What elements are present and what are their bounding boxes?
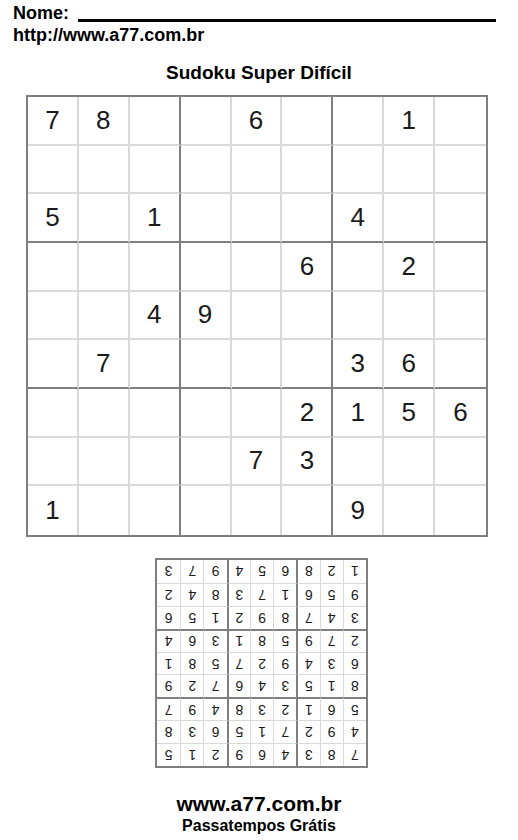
sudoku-puzzle-grid-cell-r8c6[interactable]: 3	[282, 438, 333, 487]
sudoku-puzzle-grid-cell-r5c2[interactable]	[79, 292, 130, 341]
sudoku-puzzle-grid-cell-r3c7[interactable]: 4	[333, 194, 384, 243]
sudoku-puzzle-grid-cell-r1c6[interactable]	[282, 97, 333, 146]
sudoku-solution-grid-cell-r1c4: 4	[273, 743, 296, 766]
sudoku-puzzle-grid-cell-r8c8[interactable]	[384, 438, 435, 487]
sudoku-solution-grid-cell-r1c1: 7	[343, 743, 366, 766]
sudoku-solution-grid-cell-r9c8: 7	[180, 560, 203, 583]
sudoku-solution-grid-cell-r2c3: 2	[296, 720, 319, 743]
sudoku-solution-grid-cell-r4c1: 8	[343, 674, 366, 697]
sudoku-solution-grid-cell-r9c9: 3	[157, 560, 180, 583]
sudoku-solution-grid: 7834692154927156385612384978153467296349…	[155, 558, 368, 768]
sudoku-solution-grid-cell-r2c1: 4	[343, 720, 366, 743]
sudoku-puzzle-grid-cell-r9c9[interactable]	[435, 486, 486, 535]
sudoku-solution-grid-cell-r3c1: 5	[343, 697, 366, 720]
sudoku-solution-grid-cell-r4c2: 1	[320, 674, 343, 697]
sudoku-puzzle-grid-cell-r5c9[interactable]	[435, 292, 486, 341]
sudoku-puzzle-grid-cell-r7c8[interactable]: 5	[384, 389, 435, 438]
sudoku-solution-grid-cell-r8c5: 7	[250, 583, 273, 606]
footer-tagline: Passatempos Grátis	[0, 817, 518, 835]
sudoku-puzzle-grid-cell-r1c3[interactable]	[130, 97, 181, 146]
sudoku-puzzle-grid-cell-r2c4[interactable]	[181, 146, 232, 195]
sudoku-solution-grid-cell-r4c3: 5	[296, 674, 319, 697]
sudoku-puzzle-grid-cell-r8c1[interactable]	[28, 438, 79, 487]
sudoku-solution-grid-cell-r2c9: 8	[157, 720, 180, 743]
sudoku-puzzle-grid-cell-r4c6[interactable]: 6	[282, 243, 333, 292]
sudoku-solution-grid-cell-r7c8: 5	[180, 606, 203, 629]
sudoku-puzzle-grid-cell-r4c3[interactable]	[130, 243, 181, 292]
sudoku-solution-grid-cell-r7c2: 4	[320, 606, 343, 629]
site-url: http://www.a77.com.br	[13, 25, 204, 46]
sudoku-puzzle-grid: 7861514624973621567319	[26, 95, 488, 537]
sudoku-puzzle-grid-cell-r8c4[interactable]	[181, 438, 232, 487]
sudoku-solution-grid-cell-r7c6: 2	[227, 606, 250, 629]
sudoku-solution-grid-cell-r5c7: 5	[203, 652, 226, 675]
sudoku-puzzle-grid-cell-r3c5[interactable]	[232, 194, 283, 243]
sudoku-solution-grid-cell-r8c3: 6	[296, 583, 319, 606]
sudoku-puzzle-grid-cell-r2c3[interactable]	[130, 146, 181, 195]
sudoku-puzzle-grid-cell-r6c3[interactable]	[130, 340, 181, 389]
sudoku-solution-grid-cell-r2c6: 5	[227, 720, 250, 743]
sudoku-solution-grid-cell-r5c3: 4	[296, 652, 319, 675]
sudoku-solution-grid-cell-r1c9: 5	[157, 743, 180, 766]
sudoku-solution-grid-cell-r2c7: 6	[203, 720, 226, 743]
sudoku-solution-grid-cell-r9c7: 9	[203, 560, 226, 583]
name-row: Nome:	[13, 3, 496, 23]
sudoku-puzzle-grid-cell-r7c5[interactable]	[232, 389, 283, 438]
sudoku-solution-grid-cell-r6c5: 8	[250, 629, 273, 652]
sudoku-solution-grid-cell-r9c3: 8	[296, 560, 319, 583]
sudoku-puzzle-grid-cell-r4c4[interactable]	[181, 243, 232, 292]
sudoku-puzzle-grid-cell-r3c8[interactable]	[384, 194, 435, 243]
sudoku-solution-grid-cell-r7c7: 1	[203, 606, 226, 629]
sudoku-solution-grid-cell-r3c6: 8	[227, 697, 250, 720]
sudoku-solution-grid-cell-r6c7: 3	[203, 629, 226, 652]
sudoku-solution-grid-cell-r1c3: 3	[296, 743, 319, 766]
sudoku-puzzle-grid-cell-r5c6[interactable]	[282, 292, 333, 341]
sudoku-puzzle-grid-cell-r6c7[interactable]: 3	[333, 340, 384, 389]
sudoku-puzzle-grid-cell-r2c1[interactable]	[28, 146, 79, 195]
sudoku-puzzle-grid-cell-r6c8[interactable]: 6	[384, 340, 435, 389]
sudoku-puzzle-grid-cell-r8c7[interactable]	[333, 438, 384, 487]
sudoku-puzzle-grid-cell-r4c2[interactable]	[79, 243, 130, 292]
sudoku-solution-grid-cell-r2c8: 3	[180, 720, 203, 743]
sudoku-solution-grid-cell-r7c4: 8	[273, 606, 296, 629]
sudoku-solution-grid-cell-r2c2: 9	[320, 720, 343, 743]
page-title: Sudoku Super Difícil	[0, 62, 518, 84]
sudoku-print-page: Nome: http://www.a77.com.br Sudoku Super…	[0, 0, 518, 840]
sudoku-solution-grid-cell-r2c5: 1	[250, 720, 273, 743]
sudoku-puzzle-grid-cell-r8c5[interactable]: 7	[232, 438, 283, 487]
sudoku-solution-grid-cell-r8c4: 1	[273, 583, 296, 606]
sudoku-solution-grid-cell-r3c7: 4	[203, 697, 226, 720]
sudoku-solution-grid-cell-r8c1: 9	[343, 583, 366, 606]
sudoku-puzzle-grid-cell-r2c7[interactable]	[333, 146, 384, 195]
sudoku-puzzle-grid-cell-r2c6[interactable]	[282, 146, 333, 195]
sudoku-solution-grid-cell-r5c6: 7	[227, 652, 250, 675]
sudoku-solution-grid-cell-r6c3: 9	[296, 629, 319, 652]
sudoku-solution-grid-cell-r9c4: 6	[273, 560, 296, 583]
sudoku-solution-grid-cell-r7c1: 3	[343, 606, 366, 629]
sudoku-solution-grid-cell-r1c5: 6	[250, 743, 273, 766]
sudoku-puzzle-grid-cell-r7c9[interactable]: 6	[435, 389, 486, 438]
sudoku-solution-grid-cell-r1c8: 1	[180, 743, 203, 766]
sudoku-solution-grid-cell-r3c5: 3	[250, 697, 273, 720]
sudoku-puzzle-grid-cell-r9c1[interactable]: 1	[28, 486, 79, 535]
sudoku-solution-grid-cell-r1c7: 2	[203, 743, 226, 766]
sudoku-puzzle-grid-cell-r9c6[interactable]	[282, 486, 333, 535]
sudoku-solution-grid-cell-r5c2: 3	[320, 652, 343, 675]
sudoku-solution-grid-cell-r9c1: 1	[343, 560, 366, 583]
sudoku-solution-grid-cell-r5c5: 2	[250, 652, 273, 675]
sudoku-puzzle-grid-cell-r1c4[interactable]	[181, 97, 232, 146]
sudoku-puzzle-grid-cell-r4c9[interactable]	[435, 243, 486, 292]
sudoku-puzzle-grid-cell-r3c9[interactable]	[435, 194, 486, 243]
sudoku-puzzle-grid-cell-r9c3[interactable]	[130, 486, 181, 535]
sudoku-puzzle-grid-cell-r7c1[interactable]	[28, 389, 79, 438]
sudoku-solution-grid-cell-r7c9: 6	[157, 606, 180, 629]
sudoku-puzzle-grid-cell-r7c2[interactable]	[79, 389, 130, 438]
sudoku-solution-grid-cell-r2c4: 7	[273, 720, 296, 743]
sudoku-puzzle-grid-cell-r4c5[interactable]	[232, 243, 283, 292]
sudoku-solution-grid-cell-r9c5: 5	[250, 560, 273, 583]
sudoku-puzzle-grid-cell-r9c4[interactable]	[181, 486, 232, 535]
sudoku-solution-grid-cell-r1c6: 9	[227, 743, 250, 766]
sudoku-puzzle-grid-cell-r1c9[interactable]	[435, 97, 486, 146]
sudoku-solution-grid-cell-r3c3: 1	[296, 697, 319, 720]
sudoku-puzzle-grid-cell-r7c4[interactable]	[181, 389, 232, 438]
sudoku-solution-grid-cell-r6c1: 2	[343, 629, 366, 652]
footer-site: www.a77.com.br	[0, 792, 518, 816]
sudoku-puzzle-grid-cell-r6c5[interactable]	[232, 340, 283, 389]
name-label: Nome:	[13, 3, 69, 23]
sudoku-solution-grid-cell-r8c9: 2	[157, 583, 180, 606]
sudoku-solution-grid-cell-r3c8: 9	[180, 697, 203, 720]
sudoku-solution-grid-cell-r8c7: 8	[203, 583, 226, 606]
sudoku-solution-grid-cell-r4c8: 2	[180, 674, 203, 697]
sudoku-solution-grid-cell-r3c9: 7	[157, 697, 180, 720]
sudoku-puzzle-grid-cell-r7c3[interactable]	[130, 389, 181, 438]
sudoku-puzzle-grid-cell-r2c9[interactable]	[435, 146, 486, 195]
sudoku-solution-grid-cell-r4c4: 3	[273, 674, 296, 697]
sudoku-puzzle-grid-cell-r1c8[interactable]: 1	[384, 97, 435, 146]
sudoku-puzzle-grid-cell-r1c2[interactable]: 8	[79, 97, 130, 146]
sudoku-solution-grid-cell-r8c8: 4	[180, 583, 203, 606]
sudoku-puzzle-grid-cell-r5c3[interactable]: 4	[130, 292, 181, 341]
sudoku-puzzle-grid-cell-r3c1[interactable]: 5	[28, 194, 79, 243]
sudoku-puzzle-grid-cell-r9c8[interactable]	[384, 486, 435, 535]
sudoku-solution-grid-cell-r8c2: 5	[320, 583, 343, 606]
sudoku-puzzle-grid-cell-r8c3[interactable]	[130, 438, 181, 487]
sudoku-solution-grid-cell-r3c2: 6	[320, 697, 343, 720]
sudoku-solution-grid-cell-r4c6: 6	[227, 674, 250, 697]
sudoku-solution-grid-cell-r5c4: 9	[273, 652, 296, 675]
sudoku-puzzle-grid-cell-r3c4[interactable]	[181, 194, 232, 243]
sudoku-puzzle-grid-cell-r5c5[interactable]	[232, 292, 283, 341]
sudoku-solution-grid-cell-r1c2: 8	[320, 743, 343, 766]
sudoku-solution-grid-cell-r6c6: 1	[227, 629, 250, 652]
sudoku-puzzle-grid-cell-r5c1[interactable]	[28, 292, 79, 341]
sudoku-solution-grid-cell-r8c6: 3	[227, 583, 250, 606]
sudoku-solution-grid-cell-r3c4: 2	[273, 697, 296, 720]
name-fill-line	[78, 3, 496, 22]
sudoku-solution-grid-cell-r5c1: 6	[343, 652, 366, 675]
sudoku-solution-grid-cell-r4c7: 7	[203, 674, 226, 697]
sudoku-puzzle-grid-cell-r8c9[interactable]	[435, 438, 486, 487]
sudoku-solution-grid-cell-r4c9: 9	[157, 674, 180, 697]
sudoku-puzzle-grid-cell-r2c8[interactable]	[384, 146, 435, 195]
sudoku-puzzle-grid-cell-r3c6[interactable]	[282, 194, 333, 243]
sudoku-solution-grid-cell-r6c2: 7	[320, 629, 343, 652]
sudoku-solution-grid-cell-r6c9: 4	[157, 629, 180, 652]
sudoku-puzzle-grid-cell-r6c9[interactable]	[435, 340, 486, 389]
sudoku-solution-grid-cell-r7c3: 7	[296, 606, 319, 629]
sudoku-puzzle-grid-cell-r4c1[interactable]	[28, 243, 79, 292]
sudoku-puzzle-grid-cell-r9c5[interactable]	[232, 486, 283, 535]
sudoku-puzzle-grid-cell-r4c8[interactable]: 2	[384, 243, 435, 292]
sudoku-solution-grid-cell-r5c8: 8	[180, 652, 203, 675]
sudoku-puzzle-grid-cell-r9c7[interactable]: 9	[333, 486, 384, 535]
sudoku-puzzle-grid-cell-r6c1[interactable]	[28, 340, 79, 389]
sudoku-puzzle-grid-cell-r1c1[interactable]: 7	[28, 97, 79, 146]
sudoku-puzzle-grid-cell-r4c7[interactable]	[333, 243, 384, 292]
sudoku-puzzle-grid-cell-r5c4[interactable]: 9	[181, 292, 232, 341]
sudoku-puzzle-grid-cell-r6c4[interactable]	[181, 340, 232, 389]
sudoku-puzzle-grid-cell-r1c5[interactable]: 6	[232, 97, 283, 146]
sudoku-puzzle-grid-cell-r3c2[interactable]	[79, 194, 130, 243]
sudoku-puzzle-grid-cell-r8c2[interactable]	[79, 438, 130, 487]
sudoku-puzzle-grid-cell-r3c3[interactable]: 1	[130, 194, 181, 243]
sudoku-solution-grid-cell-r9c2: 2	[320, 560, 343, 583]
sudoku-puzzle-grid-cell-r7c7[interactable]: 1	[333, 389, 384, 438]
sudoku-solution-grid-cell-r9c6: 4	[227, 560, 250, 583]
sudoku-solution-grid-cell-r5c9: 1	[157, 652, 180, 675]
sudoku-puzzle-grid-cell-r6c6[interactable]	[282, 340, 333, 389]
sudoku-puzzle-grid-cell-r1c7[interactable]	[333, 97, 384, 146]
sudoku-solution-grid-cell-r6c8: 6	[180, 629, 203, 652]
sudoku-puzzle-grid-cell-r6c2[interactable]: 7	[79, 340, 130, 389]
sudoku-puzzle-grid-cell-r2c2[interactable]	[79, 146, 130, 195]
sudoku-solution-grid-cell-r7c5: 9	[250, 606, 273, 629]
sudoku-puzzle-grid-cell-r2c5[interactable]	[232, 146, 283, 195]
sudoku-puzzle-grid-cell-r7c6[interactable]: 2	[282, 389, 333, 438]
sudoku-solution-grid-cell-r4c5: 4	[250, 674, 273, 697]
sudoku-solution-grid-cell-r6c4: 5	[273, 629, 296, 652]
sudoku-puzzle-grid-cell-r5c8[interactable]	[384, 292, 435, 341]
sudoku-puzzle-grid-cell-r9c2[interactable]	[79, 486, 130, 535]
sudoku-puzzle-grid-cell-r5c7[interactable]	[333, 292, 384, 341]
